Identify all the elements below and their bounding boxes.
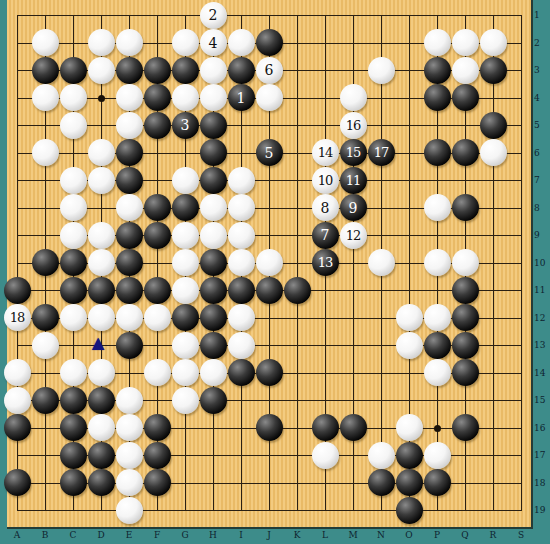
stone-black-I14[interactable] xyxy=(228,359,255,386)
stone-black-H10[interactable] xyxy=(200,249,227,276)
hoshi-point xyxy=(434,425,441,432)
stone-black-I4[interactable]: 1 xyxy=(228,84,255,111)
stone-black-H5[interactable] xyxy=(200,112,227,139)
stone-black-Q4[interactable] xyxy=(452,84,479,111)
stone-black-O19[interactable] xyxy=(396,497,423,524)
stone-white-D2[interactable] xyxy=(88,29,115,56)
stone-black-E11[interactable] xyxy=(116,277,143,304)
stone-black-E10[interactable] xyxy=(116,249,143,276)
move-number: 15 xyxy=(346,146,361,159)
stone-white-D3[interactable] xyxy=(88,57,115,84)
stone-white-C7[interactable] xyxy=(60,167,87,194)
stone-black-J2[interactable] xyxy=(256,29,283,56)
row-label-5: 5 xyxy=(534,120,550,130)
stone-black-J11[interactable] xyxy=(256,277,283,304)
stone-black-E9[interactable] xyxy=(116,222,143,249)
move-number: 7 xyxy=(321,228,330,242)
row-label-8: 8 xyxy=(534,203,550,213)
stone-black-F17[interactable] xyxy=(144,442,171,469)
stone-black-O17[interactable] xyxy=(396,442,423,469)
stone-white-C4[interactable] xyxy=(60,84,87,111)
stone-white-P17[interactable] xyxy=(424,442,451,469)
column-label-J: J xyxy=(259,530,279,540)
stone-black-H13[interactable] xyxy=(200,332,227,359)
column-label-M: M xyxy=(343,530,363,540)
stone-black-A11[interactable] xyxy=(4,277,31,304)
column-label-G: G xyxy=(175,530,195,540)
stone-white-E16[interactable] xyxy=(116,414,143,441)
stone-black-C17[interactable] xyxy=(60,442,87,469)
stone-black-J16[interactable] xyxy=(256,414,283,441)
stone-black-F18[interactable] xyxy=(144,469,171,496)
grid-line-horizontal xyxy=(17,510,522,511)
row-label-15: 15 xyxy=(534,395,550,405)
stone-white-G11[interactable] xyxy=(172,277,199,304)
row-label-10: 10 xyxy=(534,258,550,268)
stone-black-P3[interactable] xyxy=(424,57,451,84)
stone-white-M5[interactable]: 16 xyxy=(340,112,367,139)
stone-white-E18[interactable] xyxy=(116,469,143,496)
column-label-Q: Q xyxy=(455,530,475,540)
stone-white-M4[interactable] xyxy=(340,84,367,111)
stone-black-M7[interactable]: 11 xyxy=(340,167,367,194)
stone-white-E8[interactable] xyxy=(116,194,143,221)
triangle-marker: ▲ xyxy=(92,335,104,351)
stone-white-Q10[interactable] xyxy=(452,249,479,276)
stone-black-F4[interactable] xyxy=(144,84,171,111)
column-label-O: O xyxy=(399,530,419,540)
grid-line-vertical xyxy=(521,15,522,511)
column-label-N: N xyxy=(371,530,391,540)
stone-white-D14[interactable] xyxy=(88,359,115,386)
stone-black-E6[interactable] xyxy=(116,139,143,166)
stone-black-C10[interactable] xyxy=(60,249,87,276)
stone-white-P2[interactable] xyxy=(424,29,451,56)
stone-white-C14[interactable] xyxy=(60,359,87,386)
stone-black-L9[interactable]: 7 xyxy=(312,222,339,249)
stone-white-Q2[interactable] xyxy=(452,29,479,56)
row-label-9: 9 xyxy=(534,230,550,240)
grid-line-vertical xyxy=(297,15,298,511)
stone-white-G4[interactable] xyxy=(172,84,199,111)
stone-white-F12[interactable] xyxy=(144,304,171,331)
stone-white-D9[interactable] xyxy=(88,222,115,249)
stone-black-D15[interactable] xyxy=(88,387,115,414)
stone-black-H12[interactable] xyxy=(200,304,227,331)
row-label-11: 11 xyxy=(534,285,550,295)
stone-white-D16[interactable] xyxy=(88,414,115,441)
stone-white-P10[interactable] xyxy=(424,249,451,276)
stone-black-E7[interactable] xyxy=(116,167,143,194)
move-number: 8 xyxy=(321,201,330,215)
stone-white-O13[interactable] xyxy=(396,332,423,359)
move-number: 17 xyxy=(374,146,389,159)
move-number: 1 xyxy=(237,91,246,105)
row-label-17: 17 xyxy=(534,450,550,460)
stone-white-E19[interactable] xyxy=(116,497,143,524)
stone-white-H2[interactable]: 4 xyxy=(200,29,227,56)
stone-white-J4[interactable] xyxy=(256,84,283,111)
stone-white-A12[interactable]: 18 xyxy=(4,304,31,331)
stone-white-G13[interactable] xyxy=(172,332,199,359)
stone-white-L8[interactable]: 8 xyxy=(312,194,339,221)
stone-black-O18[interactable] xyxy=(396,469,423,496)
stone-white-D7[interactable] xyxy=(88,167,115,194)
move-number: 18 xyxy=(10,311,25,324)
stone-white-B6[interactable] xyxy=(32,139,59,166)
stone-white-E17[interactable] xyxy=(116,442,143,469)
row-label-14: 14 xyxy=(534,368,550,378)
stone-white-Q3[interactable] xyxy=(452,57,479,84)
stone-black-C15[interactable] xyxy=(60,387,87,414)
stone-black-B15[interactable] xyxy=(32,387,59,414)
column-label-H: H xyxy=(203,530,223,540)
row-label-18: 18 xyxy=(534,478,550,488)
stone-white-P14[interactable] xyxy=(424,359,451,386)
stone-white-I7[interactable] xyxy=(228,167,255,194)
stone-white-H14[interactable] xyxy=(200,359,227,386)
row-label-6: 6 xyxy=(534,148,550,158)
row-label-3: 3 xyxy=(534,65,550,75)
stone-white-C12[interactable] xyxy=(60,304,87,331)
stone-white-L7[interactable]: 10 xyxy=(312,167,339,194)
move-number: 14 xyxy=(318,146,333,159)
column-label-I: I xyxy=(231,530,251,540)
stone-white-H9[interactable] xyxy=(200,222,227,249)
row-label-12: 12 xyxy=(534,313,550,323)
move-number: 6 xyxy=(265,63,274,77)
stone-black-G12[interactable] xyxy=(172,304,199,331)
column-label-E: E xyxy=(119,530,139,540)
column-label-R: R xyxy=(483,530,503,540)
go-diagram: 246131651415171011897121318▲ ABCDEFGHIJK… xyxy=(0,0,550,544)
stone-black-G8[interactable] xyxy=(172,194,199,221)
stone-white-F14[interactable] xyxy=(144,359,171,386)
stone-black-E3[interactable] xyxy=(116,57,143,84)
stone-black-C16[interactable] xyxy=(60,414,87,441)
stone-black-D17[interactable] xyxy=(88,442,115,469)
stone-white-O16[interactable] xyxy=(396,414,423,441)
stone-white-E4[interactable] xyxy=(116,84,143,111)
stone-white-J10[interactable] xyxy=(256,249,283,276)
stone-white-H8[interactable] xyxy=(200,194,227,221)
stone-black-C18[interactable] xyxy=(60,469,87,496)
stone-black-C3[interactable] xyxy=(60,57,87,84)
stone-white-N3[interactable] xyxy=(368,57,395,84)
stone-white-G15[interactable] xyxy=(172,387,199,414)
stone-white-E5[interactable] xyxy=(116,112,143,139)
stone-black-A18[interactable] xyxy=(4,469,31,496)
stone-white-B13[interactable] xyxy=(32,332,59,359)
hoshi-point xyxy=(98,95,105,102)
stone-black-B10[interactable] xyxy=(32,249,59,276)
stone-white-R6[interactable] xyxy=(480,139,507,166)
stone-white-D12[interactable] xyxy=(88,304,115,331)
stone-white-I13[interactable] xyxy=(228,332,255,359)
stone-white-H1[interactable]: 2 xyxy=(200,2,227,29)
move-number: 16 xyxy=(346,119,361,132)
stone-black-R3[interactable] xyxy=(480,57,507,84)
stone-white-G2[interactable] xyxy=(172,29,199,56)
stone-white-D6[interactable] xyxy=(88,139,115,166)
stone-black-H6[interactable] xyxy=(200,139,227,166)
stone-black-C11[interactable] xyxy=(60,277,87,304)
row-label-4: 4 xyxy=(534,93,550,103)
row-label-2: 2 xyxy=(534,38,550,48)
move-number: 5 xyxy=(265,146,274,160)
stone-black-H15[interactable] xyxy=(200,387,227,414)
stone-black-P6[interactable] xyxy=(424,139,451,166)
stone-white-I8[interactable] xyxy=(228,194,255,221)
stone-white-E15[interactable] xyxy=(116,387,143,414)
stone-black-I3[interactable] xyxy=(228,57,255,84)
grid-line-vertical xyxy=(493,15,494,511)
column-label-C: C xyxy=(63,530,83,540)
move-number: 4 xyxy=(209,36,218,50)
stone-white-N17[interactable] xyxy=(368,442,395,469)
stone-black-Q6[interactable] xyxy=(452,139,479,166)
stone-black-E13[interactable] xyxy=(116,332,143,359)
stone-black-M6[interactable]: 15 xyxy=(340,139,367,166)
stone-white-E12[interactable] xyxy=(116,304,143,331)
stone-white-B2[interactable] xyxy=(32,29,59,56)
stone-black-N6[interactable]: 17 xyxy=(368,139,395,166)
stone-white-I2[interactable] xyxy=(228,29,255,56)
go-board[interactable]: 246131651415171011897121318▲ xyxy=(7,0,533,529)
column-label-P: P xyxy=(427,530,447,540)
row-label-16: 16 xyxy=(534,423,550,433)
stone-black-L16[interactable] xyxy=(312,414,339,441)
stone-white-B4[interactable] xyxy=(32,84,59,111)
stone-white-I10[interactable] xyxy=(228,249,255,276)
row-label-7: 7 xyxy=(534,175,550,185)
stone-white-R2[interactable] xyxy=(480,29,507,56)
stone-white-I9[interactable] xyxy=(228,222,255,249)
stone-white-P12[interactable] xyxy=(424,304,451,331)
stone-white-C5[interactable] xyxy=(60,112,87,139)
stone-black-G5[interactable]: 3 xyxy=(172,112,199,139)
move-number: 10 xyxy=(318,174,333,187)
stone-black-J14[interactable] xyxy=(256,359,283,386)
stone-black-Q13[interactable] xyxy=(452,332,479,359)
stone-black-P4[interactable] xyxy=(424,84,451,111)
column-label-S: S xyxy=(511,530,531,540)
column-label-D: D xyxy=(91,530,111,540)
stone-white-I12[interactable] xyxy=(228,304,255,331)
stone-black-I11[interactable] xyxy=(228,277,255,304)
stone-white-H4[interactable] xyxy=(200,84,227,111)
column-label-L: L xyxy=(315,530,335,540)
column-label-B: B xyxy=(35,530,55,540)
stone-black-K11[interactable] xyxy=(284,277,311,304)
row-label-19: 19 xyxy=(534,505,550,515)
stone-white-G14[interactable] xyxy=(172,359,199,386)
stone-black-J6[interactable]: 5 xyxy=(256,139,283,166)
stone-black-G3[interactable] xyxy=(172,57,199,84)
stone-black-F5[interactable] xyxy=(144,112,171,139)
column-label-A: A xyxy=(7,530,27,540)
stone-black-Q14[interactable] xyxy=(452,359,479,386)
stone-black-F9[interactable] xyxy=(144,222,171,249)
stone-black-P18[interactable] xyxy=(424,469,451,496)
stone-white-O12[interactable] xyxy=(396,304,423,331)
move-number: 2 xyxy=(209,8,218,22)
stone-black-A16[interactable] xyxy=(4,414,31,441)
move-number: 3 xyxy=(181,118,190,132)
stone-white-A14[interactable] xyxy=(4,359,31,386)
move-number: 12 xyxy=(346,229,361,242)
stone-black-B3[interactable] xyxy=(32,57,59,84)
stone-black-H7[interactable] xyxy=(200,167,227,194)
row-label-13: 13 xyxy=(534,340,550,350)
stone-black-B12[interactable] xyxy=(32,304,59,331)
stone-white-G7[interactable] xyxy=(172,167,199,194)
move-number: 11 xyxy=(346,174,361,187)
stone-black-F16[interactable] xyxy=(144,414,171,441)
stone-white-M9[interactable]: 12 xyxy=(340,222,367,249)
stone-white-P8[interactable] xyxy=(424,194,451,221)
stone-white-E2[interactable] xyxy=(116,29,143,56)
stone-black-D18[interactable] xyxy=(88,469,115,496)
stone-white-C9[interactable] xyxy=(60,222,87,249)
stone-black-R5[interactable] xyxy=(480,112,507,139)
stone-black-F8[interactable] xyxy=(144,194,171,221)
stone-black-Q8[interactable] xyxy=(452,194,479,221)
stone-black-P13[interactable] xyxy=(424,332,451,359)
stone-white-G10[interactable] xyxy=(172,249,199,276)
move-number: 9 xyxy=(349,201,358,215)
column-label-K: K xyxy=(287,530,307,540)
stone-white-H3[interactable] xyxy=(200,57,227,84)
stone-white-D10[interactable] xyxy=(88,249,115,276)
stone-black-Q16[interactable] xyxy=(452,414,479,441)
stone-black-H11[interactable] xyxy=(200,277,227,304)
stone-black-L10[interactable]: 13 xyxy=(312,249,339,276)
stone-black-M16[interactable] xyxy=(340,414,367,441)
stone-black-M8[interactable]: 9 xyxy=(340,194,367,221)
stone-white-C8[interactable] xyxy=(60,194,87,221)
row-label-1: 1 xyxy=(534,10,550,20)
stone-black-F11[interactable] xyxy=(144,277,171,304)
stone-black-Q11[interactable] xyxy=(452,277,479,304)
column-label-F: F xyxy=(147,530,167,540)
stone-white-G9[interactable] xyxy=(172,222,199,249)
stone-black-N18[interactable] xyxy=(368,469,395,496)
stone-black-Q12[interactable] xyxy=(452,304,479,331)
stone-white-N10[interactable] xyxy=(368,249,395,276)
move-number: 13 xyxy=(318,256,333,269)
stone-white-L17[interactable] xyxy=(312,442,339,469)
stone-black-D11[interactable] xyxy=(88,277,115,304)
stone-black-F3[interactable] xyxy=(144,57,171,84)
stone-white-A15[interactable] xyxy=(4,387,31,414)
stone-white-J3[interactable]: 6 xyxy=(256,57,283,84)
stone-white-L6[interactable]: 14 xyxy=(312,139,339,166)
